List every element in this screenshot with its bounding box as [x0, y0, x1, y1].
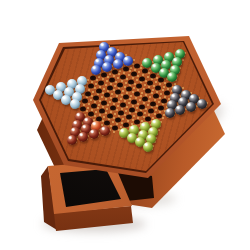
board-hole[interactable]: [104, 121, 110, 126]
peg-dot: [128, 102, 130, 104]
peg-dot: [119, 70, 121, 72]
board-hole[interactable]: [101, 73, 107, 78]
board-hole[interactable]: [164, 90, 170, 95]
board-hole[interactable]: [155, 86, 161, 91]
peg-dot: [90, 99, 92, 101]
peg-dot: [160, 93, 162, 95]
peg-dot: [103, 116, 105, 118]
marble-blue[interactable]: [91, 65, 101, 75]
board-hole[interactable]: [96, 88, 102, 93]
peg-dot: [147, 76, 149, 78]
peg-dot: [92, 91, 94, 93]
marble-black[interactable]: [175, 105, 185, 115]
peg-dot: [155, 81, 157, 83]
board-hole[interactable]: [112, 98, 118, 103]
board-cells: [0, 0, 250, 250]
peg-dot: [101, 96, 103, 98]
board-hole[interactable]: [104, 93, 110, 98]
peg-dot: [130, 95, 132, 97]
board-hole[interactable]: [109, 77, 115, 82]
peg-dot: [122, 90, 124, 92]
board-hole[interactable]: [107, 113, 113, 118]
board-hole[interactable]: [80, 107, 86, 112]
peg-dot: [158, 101, 160, 103]
marble-dark-red[interactable]: [78, 132, 88, 142]
board-hole[interactable]: [158, 106, 164, 111]
board-hole[interactable]: [131, 99, 137, 104]
peg-dot: [155, 109, 157, 111]
board-hole[interactable]: [126, 115, 132, 120]
board-hole[interactable]: [139, 104, 145, 109]
board-hole[interactable]: [145, 117, 151, 122]
peg-dot: [136, 107, 138, 109]
peg-dot: [128, 74, 130, 76]
peg-dot: [144, 84, 146, 86]
board-hole[interactable]: [150, 101, 156, 106]
marble-dark-red[interactable]: [100, 126, 110, 136]
board-hole[interactable]: [128, 79, 134, 84]
peg-dot: [136, 79, 138, 81]
board-hole[interactable]: [134, 64, 140, 69]
board-hole[interactable]: [134, 120, 140, 125]
peg-dot: [111, 93, 113, 95]
peg-dot: [152, 89, 154, 91]
board-hole[interactable]: [123, 123, 129, 128]
peg-dot: [95, 83, 97, 85]
peg-dot: [98, 76, 100, 78]
peg-dot: [138, 71, 140, 73]
board-hole[interactable]: [93, 96, 99, 101]
peg-dot: [95, 111, 97, 113]
peg-dot: [139, 99, 141, 101]
peg-dot: [120, 98, 122, 100]
peg-dot: [133, 115, 135, 117]
board-hole[interactable]: [85, 91, 91, 96]
board-hole[interactable]: [136, 84, 142, 89]
peg-dot: [112, 121, 114, 123]
peg-dot: [144, 112, 146, 114]
board-hole[interactable]: [148, 109, 154, 114]
peg-dot: [122, 118, 124, 120]
board-hole[interactable]: [112, 126, 118, 131]
peg-dot: [106, 80, 108, 82]
board-hole[interactable]: [120, 102, 126, 107]
board-hole[interactable]: [123, 95, 129, 100]
board-hole[interactable]: [110, 105, 116, 110]
board-hole[interactable]: [118, 110, 124, 115]
peg-dot: [114, 85, 116, 87]
peg-dot: [133, 87, 135, 89]
board-hole[interactable]: [147, 81, 153, 86]
board-hole[interactable]: [150, 73, 156, 78]
board-hole[interactable]: [134, 92, 140, 97]
peg-dot: [103, 88, 105, 90]
peg-dot: [117, 105, 119, 107]
board-hole[interactable]: [99, 108, 105, 113]
board-hole[interactable]: [126, 87, 132, 92]
board-hole[interactable]: [129, 107, 135, 112]
board-hole[interactable]: [166, 83, 172, 88]
board-hole[interactable]: [120, 74, 126, 79]
peg-dot: [109, 101, 111, 103]
peg-dot: [98, 104, 100, 106]
board-hole[interactable]: [142, 68, 148, 73]
marble-blue[interactable]: [123, 56, 133, 66]
board-hole[interactable]: [161, 98, 167, 103]
board-hole[interactable]: [137, 112, 143, 117]
board-hole[interactable]: [139, 76, 145, 81]
board-hole[interactable]: [142, 96, 148, 101]
board-hole[interactable]: [153, 93, 159, 98]
marble-light-blue[interactable]: [70, 99, 80, 109]
peg-dot: [109, 73, 111, 75]
peg-dot: [87, 107, 89, 109]
board-hole[interactable]: [156, 114, 162, 119]
marble-dark-red[interactable]: [89, 129, 99, 139]
peg-dot: [141, 92, 143, 94]
board-hole[interactable]: [112, 70, 118, 75]
marble-blue[interactable]: [102, 62, 112, 72]
peg-dot: [130, 67, 132, 69]
board-hole[interactable]: [115, 118, 121, 123]
board-hole[interactable]: [88, 111, 94, 116]
board-hole[interactable]: [158, 78, 164, 83]
board-hole[interactable]: [82, 99, 88, 104]
marble-dark-red[interactable]: [67, 135, 77, 145]
peg-dot: [147, 104, 149, 106]
peg-dot: [125, 110, 127, 112]
marble-black[interactable]: [165, 108, 175, 118]
marble-blue[interactable]: [113, 59, 123, 69]
board-hole[interactable]: [145, 89, 151, 94]
peg-dot: [162, 117, 164, 119]
peg-dot: [106, 108, 108, 110]
peg-dot: [125, 82, 127, 84]
product-photo-chinese-checkers: [0, 0, 250, 250]
board-hole[interactable]: [131, 71, 137, 76]
peg-dot: [149, 96, 151, 98]
peg-dot: [114, 113, 116, 115]
peg-dot: [117, 77, 119, 79]
board-hole[interactable]: [88, 83, 94, 88]
board-hole[interactable]: [96, 116, 102, 121]
board-hole[interactable]: [101, 101, 107, 106]
board-hole[interactable]: [91, 104, 97, 109]
board-hole[interactable]: [117, 82, 123, 87]
marble-black[interactable]: [197, 99, 207, 109]
peg-dot: [113, 131, 115, 133]
marble-green[interactable]: [167, 72, 177, 82]
board-hole[interactable]: [107, 85, 113, 90]
board-hole[interactable]: [115, 90, 121, 95]
marble-black[interactable]: [186, 102, 196, 112]
board-hole[interactable]: [98, 80, 104, 85]
board-hole[interactable]: [123, 67, 129, 72]
board-hole[interactable]: [90, 76, 96, 81]
marble-olive-green[interactable]: [143, 142, 153, 152]
peg-dot: [163, 86, 165, 88]
